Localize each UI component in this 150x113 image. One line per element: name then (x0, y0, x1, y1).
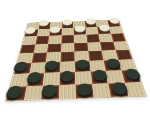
white-piece[interactable]: ● (62, 18, 73, 25)
black-piece[interactable]: ● (123, 67, 143, 80)
black-piece[interactable]: ● (40, 82, 58, 97)
board-square[interactable] (59, 84, 76, 99)
black-piece[interactable]: ● (59, 69, 75, 82)
black-piece[interactable]: ● (105, 56, 122, 67)
white-piece[interactable]: ● (98, 23, 111, 30)
black-piece[interactable]: ● (44, 58, 60, 69)
board-square[interactable]: ● (75, 61, 91, 72)
white-piece[interactable]: ● (49, 25, 61, 33)
board-square[interactable]: ● (41, 85, 59, 100)
black-piece[interactable]: ● (91, 68, 108, 81)
white-piece[interactable]: ● (38, 19, 50, 26)
black-piece[interactable]: ● (4, 83, 24, 98)
white-piece[interactable]: ● (108, 17, 121, 24)
board-square[interactable]: ● (44, 62, 60, 73)
board-square[interactable] (60, 52, 74, 62)
board-square[interactable]: ● (75, 84, 93, 98)
checkers-board: ●●●●●●●●●●●●●●●●●●●● (5, 20, 147, 102)
board-square[interactable]: ● (6, 86, 26, 101)
white-piece[interactable]: ● (85, 17, 97, 24)
photo-canvas: ●●●●●●●●●●●●●●●●●●●● (0, 0, 150, 113)
board-square[interactable]: ● (59, 72, 75, 85)
black-piece[interactable]: ● (12, 60, 29, 72)
white-piece[interactable]: ● (24, 26, 38, 34)
board-square[interactable]: ● (108, 83, 128, 97)
white-piece[interactable]: ● (74, 24, 86, 31)
black-piece[interactable]: ● (25, 70, 43, 83)
board-square[interactable]: ● (90, 71, 108, 84)
black-piece[interactable]: ● (109, 80, 129, 95)
black-piece[interactable]: ● (76, 81, 94, 96)
black-piece[interactable]: ● (75, 57, 90, 68)
